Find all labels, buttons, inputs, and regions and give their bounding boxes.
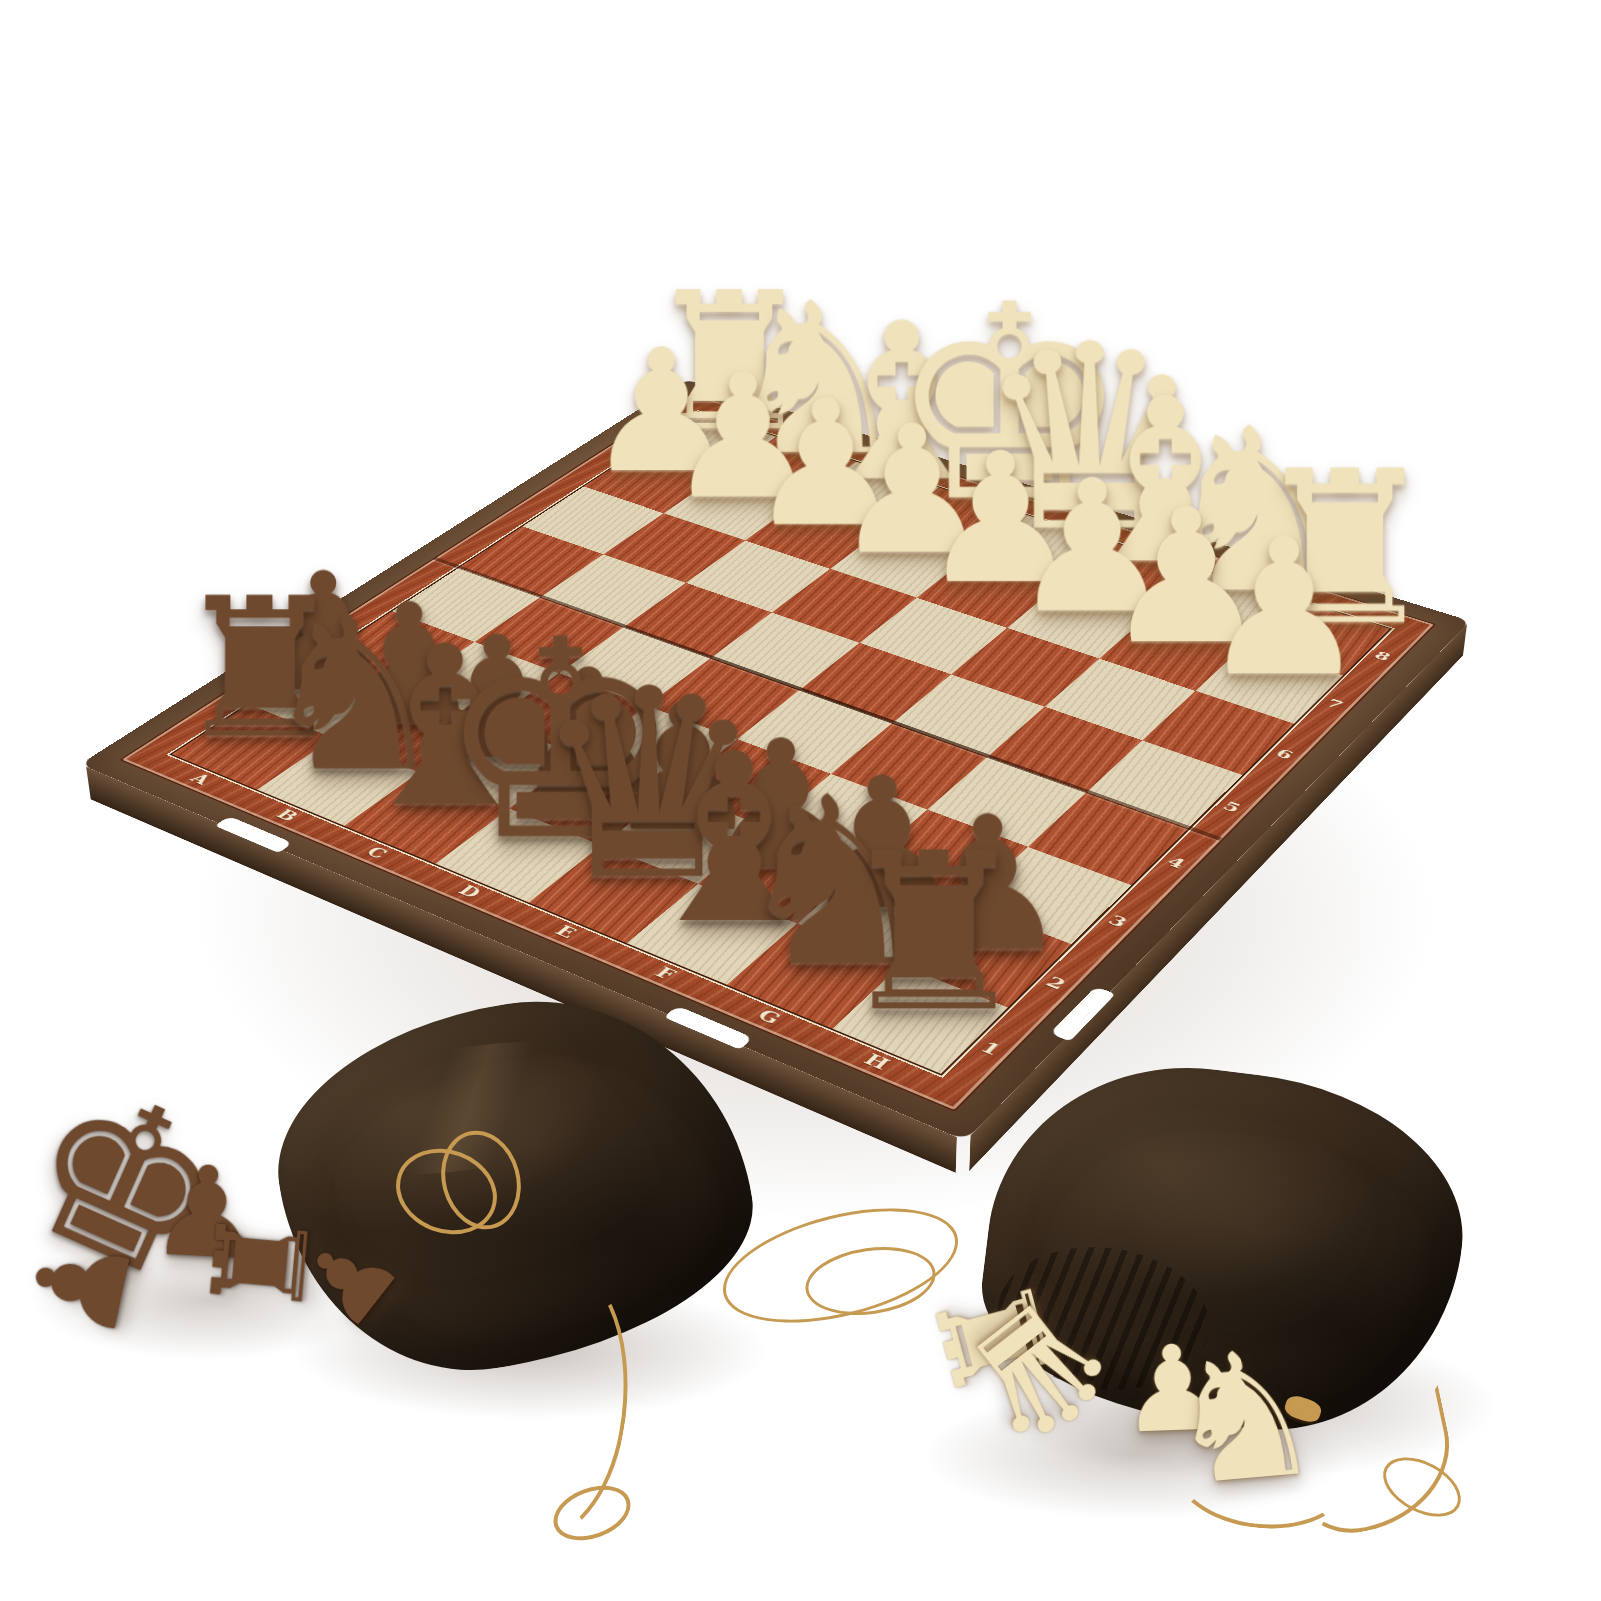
loose-piece-dark-pawn: ♟ bbox=[12, 1220, 152, 1350]
right-drawstring-bag bbox=[968, 1045, 1479, 1452]
file-label-d: D bbox=[455, 882, 485, 900]
rank-label-7: 7 bbox=[1324, 697, 1347, 711]
file-label-c: C bbox=[363, 844, 392, 861]
rank-label-4: 4 bbox=[1164, 854, 1189, 870]
rank-label-5: 5 bbox=[1220, 799, 1244, 814]
loose-piece-dark-pawn: ♟ bbox=[147, 1147, 265, 1278]
file-label-e: E bbox=[552, 923, 581, 941]
file-label-a: A bbox=[187, 771, 215, 786]
rank-label-3: 3 bbox=[1105, 912, 1131, 929]
file-label-b: B bbox=[273, 807, 302, 823]
chess-board: ♜♞♝♚♛♝♞♜♟♟♟♟♟♟♟♟♟♟♟♟♟♟♟♟♜♞♝♚♛♝♞♜ ABCDEFG… bbox=[80, 379, 1470, 1140]
rank-label-6: 6 bbox=[1273, 747, 1296, 761]
rank-label-8: 8 bbox=[1372, 649, 1394, 662]
file-label-f: F bbox=[652, 964, 680, 982]
board-grid: ♜♞♝♚♛♝♞♜♟♟♟♟♟♟♟♟♟♟♟♟♟♟♟♟♜♞♝♚♛♝♞♜ bbox=[169, 411, 1392, 1076]
rank-label-2: 2 bbox=[1043, 974, 1070, 992]
rank-label-1: 1 bbox=[977, 1038, 1005, 1057]
loose-piece-dark-king: ♚ bbox=[0, 1045, 258, 1320]
file-label-g: G bbox=[754, 1007, 785, 1027]
